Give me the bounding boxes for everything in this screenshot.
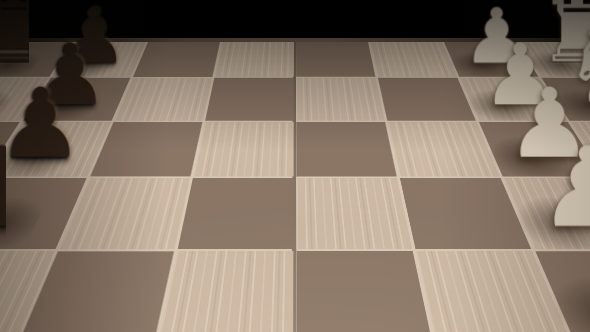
square-g5: [205, 78, 294, 121]
square-d5: [157, 251, 294, 332]
square-h4: [296, 42, 375, 77]
square-g6: [114, 78, 212, 121]
square-g3: [378, 78, 476, 121]
square-e5: [178, 178, 294, 249]
square-g4: [296, 78, 385, 121]
black-pawn-d7: ♟: [0, 212, 9, 332]
square-h6: [133, 42, 220, 77]
square-e4: [296, 178, 412, 249]
square-h3: [370, 42, 457, 77]
square-f5: [193, 122, 294, 176]
square-f4: [296, 122, 397, 176]
square-h5: [215, 42, 294, 77]
chess-photo-scene: ♜♟♟♜♞♟♟♞♝♟♟♝♚♟♟♚♛♟♟♛♝♟♟♝♞♟♟♞♜♟♟♜: [0, 0, 590, 332]
perspective-camera: ♜♟♟♜♞♟♟♞♝♟♟♝♚♟♟♚♛♟♟♛♝♟♟♝♞♟♟♞♜♟♟♜: [0, 0, 590, 332]
chess-board: ♜♟♟♜♞♟♟♞♝♟♟♝♚♟♟♚♛♟♟♛♝♟♟♝♞♟♟♞♜♟♟♜: [0, 42, 590, 332]
square-d4: [297, 251, 434, 332]
white-pawn-d2: ♟: [581, 212, 590, 332]
